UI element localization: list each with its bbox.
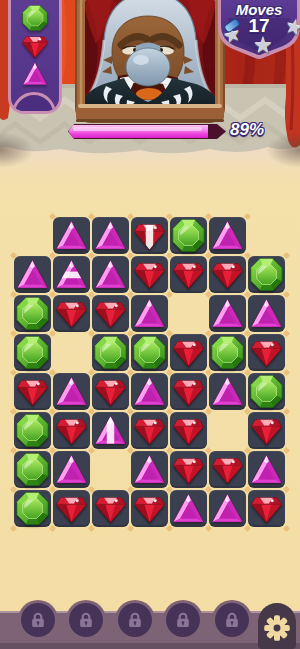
board-cell-r5c7[interactable] <box>248 373 285 410</box>
gem-R <box>211 453 244 486</box>
progress-bar <box>68 124 226 139</box>
board-cell-r7c5[interactable] <box>170 451 207 488</box>
board-cell-r8c5[interactable] <box>170 490 207 527</box>
board-cell-r7c1[interactable] <box>14 451 51 488</box>
gem-G <box>94 336 127 369</box>
gem-R <box>94 297 127 330</box>
board-cell-r1c5[interactable] <box>170 217 207 254</box>
gem-R <box>250 336 283 369</box>
gem-G <box>16 492 49 525</box>
board-cell-r4c4[interactable] <box>131 334 168 371</box>
gem-P <box>211 219 244 252</box>
goal-red-diamond-icon <box>21 32 49 60</box>
gem-P <box>16 258 49 291</box>
gem-R <box>250 414 283 447</box>
board-cell-r6c5[interactable] <box>170 412 207 449</box>
gem-R <box>133 414 166 447</box>
gem-R <box>172 414 205 447</box>
gem-R <box>55 297 88 330</box>
board-cell-r2c7[interactable] <box>248 256 285 293</box>
goal-green-gem-icon <box>22 5 48 31</box>
progress-label: 89% <box>230 120 264 140</box>
gem-P <box>250 297 283 330</box>
locked-booster-button-1[interactable] <box>18 600 58 640</box>
board-cell-r2c5[interactable] <box>170 256 207 293</box>
gem-P <box>172 492 205 525</box>
gem-G <box>16 336 49 369</box>
locked-booster-button-3[interactable] <box>115 600 155 640</box>
game-screen: Moves 17 ★ ★ ★ 89% <box>0 0 300 649</box>
board-cell-r7c6[interactable] <box>209 451 246 488</box>
board-cell-r6c7[interactable] <box>248 412 285 449</box>
board-cell-r8c7[interactable] <box>248 490 285 527</box>
gem-G <box>133 336 166 369</box>
board-cell-r5c4[interactable] <box>131 373 168 410</box>
moves-panel: Moves 17 ★ ★ ★ <box>216 0 300 66</box>
locked-booster-button-4[interactable] <box>163 600 203 640</box>
lock-icon <box>28 610 48 630</box>
settings-button[interactable] <box>258 603 296 649</box>
gear-icon <box>262 613 292 643</box>
gem-G <box>16 453 49 486</box>
board-cell-r8c2[interactable] <box>53 490 90 527</box>
gem-P <box>250 453 283 486</box>
gem-R <box>94 492 127 525</box>
board-cell-r8c6[interactable] <box>209 490 246 527</box>
gem-R <box>172 336 205 369</box>
board-cell-r6c3[interactable] <box>92 412 129 449</box>
board-cell-r6c4[interactable] <box>131 412 168 449</box>
board-cell-r3c3[interactable] <box>92 295 129 332</box>
gem-R <box>133 492 166 525</box>
gem-P <box>55 219 88 252</box>
board-cell-r1c2[interactable] <box>53 217 90 254</box>
board-cell-r7c2[interactable] <box>53 451 90 488</box>
board-cell-r5c6[interactable] <box>209 373 246 410</box>
gem-P <box>211 492 244 525</box>
gem-G <box>211 336 244 369</box>
board-cell-r2c2[interactable] <box>53 256 90 293</box>
lock-icon <box>222 610 242 630</box>
gem-Pv <box>94 414 127 447</box>
lock-icon <box>76 610 96 630</box>
gem-R <box>55 414 88 447</box>
lock-icon <box>173 610 193 630</box>
board-cell-r2c1[interactable] <box>14 256 51 293</box>
board-cell-r1c3[interactable] <box>92 217 129 254</box>
goals-panel <box>8 0 62 114</box>
board-cell-r2c3[interactable] <box>92 256 129 293</box>
board-cell-r7c7[interactable] <box>248 451 285 488</box>
gem-G <box>250 258 283 291</box>
gem-P <box>211 375 244 408</box>
gem-R <box>94 375 127 408</box>
gem-P <box>55 453 88 486</box>
board-cell-r8c3[interactable] <box>92 490 129 527</box>
board-cell-r2c4[interactable] <box>131 256 168 293</box>
gem-G <box>250 375 283 408</box>
board-cell-r5c3[interactable] <box>92 373 129 410</box>
board-cell-r3c6[interactable] <box>209 295 246 332</box>
star-icon: ★ <box>253 35 273 57</box>
gem-P <box>133 375 166 408</box>
board-cell-r4c5[interactable] <box>170 334 207 371</box>
gem-G <box>172 219 205 252</box>
lock-icon <box>125 610 145 630</box>
board-cell-r3c7[interactable] <box>248 295 285 332</box>
board-cell-r3c1[interactable] <box>14 295 51 332</box>
locked-booster-button-5[interactable] <box>212 600 252 640</box>
gem-P <box>94 219 127 252</box>
board-cell-r5c2[interactable] <box>53 373 90 410</box>
board-cell-r6c1[interactable] <box>14 412 51 449</box>
gem-P <box>133 453 166 486</box>
gem-R <box>16 375 49 408</box>
board-cell-r4c3[interactable] <box>92 334 129 371</box>
gem-Rv <box>133 219 166 252</box>
board-cell-r5c1[interactable] <box>14 373 51 410</box>
board-cell-r1c4[interactable] <box>131 217 168 254</box>
board-cell-r2c6[interactable] <box>209 256 246 293</box>
board-cell-r3c2[interactable] <box>53 295 90 332</box>
board-cell-r1c6[interactable] <box>209 217 246 254</box>
board-cell-r4c6[interactable] <box>209 334 246 371</box>
gem-R <box>172 258 205 291</box>
board-cell-r4c7[interactable] <box>248 334 285 371</box>
gem-P <box>133 297 166 330</box>
gem-P <box>211 297 244 330</box>
goal-pink-triangle-icon <box>22 61 48 87</box>
gem-G <box>16 297 49 330</box>
gem-P <box>55 375 88 408</box>
gem-P <box>94 258 127 291</box>
gem-R <box>133 258 166 291</box>
board-cell-r6c2[interactable] <box>53 412 90 449</box>
gem-R <box>211 258 244 291</box>
goals-panel-arch <box>12 92 56 114</box>
gem-R <box>172 453 205 486</box>
board-cell-r3c4[interactable] <box>131 295 168 332</box>
locked-booster-button-2[interactable] <box>66 600 106 640</box>
board-cell-r8c4[interactable] <box>131 490 168 527</box>
board-cell-r8c1[interactable] <box>14 490 51 527</box>
board-cell-r5c5[interactable] <box>170 373 207 410</box>
progress-fill <box>69 125 208 138</box>
board-cell-r4c1[interactable] <box>14 334 51 371</box>
gem-R <box>172 375 205 408</box>
gem-R <box>250 492 283 525</box>
board-cell-r7c4[interactable] <box>131 451 168 488</box>
gem-G <box>16 414 49 447</box>
board-junction-dot <box>282 524 289 531</box>
gem-R <box>55 492 88 525</box>
gem-Ph <box>55 258 88 291</box>
